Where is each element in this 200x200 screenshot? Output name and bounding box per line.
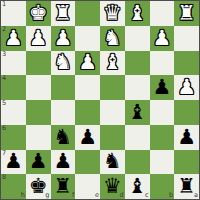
square-c7[interactable] [125, 150, 150, 175]
square-a3[interactable] [174, 51, 199, 76]
square-a7[interactable] [174, 150, 199, 175]
white-rook: ♜ [177, 3, 196, 24]
square-a5[interactable] [174, 100, 199, 125]
square-e1[interactable] [75, 1, 100, 26]
square-b7[interactable] [150, 150, 175, 175]
file-label-c: c [145, 192, 149, 199]
square-d4[interactable] [100, 75, 125, 100]
square-d7[interactable]: ♞ [100, 150, 125, 175]
white-pawn: ♟ [177, 77, 196, 98]
square-b6[interactable] [150, 125, 175, 150]
black-rook: ♜ [177, 176, 196, 197]
white-knight: ♞ [53, 52, 72, 73]
file-label-h: h [21, 192, 25, 199]
square-b5[interactable] [150, 100, 175, 125]
square-g2[interactable]: ♟ [26, 26, 51, 51]
black-pawn: ♟ [53, 151, 72, 172]
square-e3[interactable]: ♟ [75, 51, 100, 76]
black-bishop: ♝ [128, 176, 147, 197]
white-pawn: ♟ [29, 28, 48, 49]
file-label-g: g [45, 192, 49, 199]
square-g3[interactable] [26, 51, 51, 76]
white-bishop: ♝ [128, 3, 147, 24]
square-g7[interactable]: ♟ [26, 150, 51, 175]
square-a8[interactable]: a♜ [174, 174, 199, 199]
square-e4[interactable] [75, 75, 100, 100]
file-label-a: a [194, 192, 198, 199]
rank-label-3: 3 [2, 51, 6, 58]
square-c6[interactable] [125, 125, 150, 150]
square-e8[interactable]: e [75, 174, 100, 199]
rank-label-7: 7 [2, 150, 6, 157]
square-b8[interactable]: b [150, 174, 175, 199]
square-b1[interactable] [150, 1, 175, 26]
white-rook: ♜ [53, 3, 72, 24]
rank-label-2: 2 [2, 26, 6, 33]
file-label-e: e [95, 192, 99, 199]
square-e7[interactable] [75, 150, 100, 175]
square-e2[interactable] [75, 26, 100, 51]
black-rook: ♜ [53, 176, 72, 197]
square-g8[interactable]: g♚ [26, 174, 51, 199]
square-f6[interactable]: ♞ [51, 125, 76, 150]
square-h6[interactable]: 6 [1, 125, 26, 150]
square-e6[interactable]: ♟ [75, 125, 100, 150]
chess-board: 1♚♜♛♝♜2♟♟♟♞♟3♞♟♝4♟♟5♝6♞♟♟7♟♟♟♞8hg♚f♜ed♛c… [0, 0, 200, 200]
square-h4[interactable]: 4 [1, 75, 26, 100]
square-c8[interactable]: c♝ [125, 174, 150, 199]
square-c3[interactable] [125, 51, 150, 76]
file-label-f: f [72, 192, 74, 199]
square-d8[interactable]: d♛ [100, 174, 125, 199]
white-bishop: ♝ [103, 52, 122, 73]
white-king: ♚ [29, 3, 48, 24]
square-d6[interactable] [100, 125, 125, 150]
square-b2[interactable]: ♟ [150, 26, 175, 51]
white-pawn: ♟ [53, 28, 72, 49]
white-pawn: ♟ [4, 28, 23, 49]
square-e5[interactable] [75, 100, 100, 125]
square-c4[interactable] [125, 75, 150, 100]
white-pawn: ♟ [152, 28, 171, 49]
black-pawn: ♟ [152, 77, 171, 98]
square-f1[interactable]: ♜ [51, 1, 76, 26]
black-pawn: ♟ [29, 151, 48, 172]
square-g5[interactable] [26, 100, 51, 125]
square-f3[interactable]: ♞ [51, 51, 76, 76]
square-b4[interactable]: ♟ [150, 75, 175, 100]
file-label-b: b [169, 192, 173, 199]
square-d3[interactable]: ♝ [100, 51, 125, 76]
square-c1[interactable]: ♝ [125, 1, 150, 26]
square-h1[interactable]: 1 [1, 1, 26, 26]
rank-label-1: 1 [2, 1, 6, 8]
square-h8[interactable]: 8h [1, 174, 26, 199]
black-bishop: ♝ [128, 102, 147, 123]
square-f5[interactable] [51, 100, 76, 125]
square-f8[interactable]: f♜ [51, 174, 76, 199]
square-h3[interactable]: 3 [1, 51, 26, 76]
black-queen: ♛ [103, 176, 122, 197]
black-knight: ♞ [103, 151, 122, 172]
square-c5[interactable]: ♝ [125, 100, 150, 125]
square-g4[interactable] [26, 75, 51, 100]
square-h7[interactable]: 7♟ [1, 150, 26, 175]
white-knight: ♞ [103, 28, 122, 49]
white-queen: ♛ [103, 3, 122, 24]
square-d1[interactable]: ♛ [100, 1, 125, 26]
square-c2[interactable] [125, 26, 150, 51]
rank-label-4: 4 [2, 75, 6, 82]
rank-label-8: 8 [2, 174, 6, 181]
rank-label-6: 6 [2, 125, 6, 132]
square-d5[interactable] [100, 100, 125, 125]
file-label-d: d [120, 192, 124, 199]
black-pawn: ♟ [177, 127, 196, 148]
square-a4[interactable]: ♟ [174, 75, 199, 100]
square-h2[interactable]: 2♟ [1, 26, 26, 51]
rank-label-5: 5 [2, 100, 6, 107]
square-f4[interactable] [51, 75, 76, 100]
black-knight: ♞ [53, 127, 72, 148]
square-b3[interactable] [150, 51, 175, 76]
square-d2[interactable]: ♞ [100, 26, 125, 51]
square-a1[interactable]: ♜ [174, 1, 199, 26]
black-pawn: ♟ [4, 151, 23, 172]
white-pawn: ♟ [78, 52, 97, 73]
square-f7[interactable]: ♟ [51, 150, 76, 175]
square-h5[interactable]: 5 [1, 100, 26, 125]
square-g6[interactable] [26, 125, 51, 150]
square-f2[interactable]: ♟ [51, 26, 76, 51]
square-a6[interactable]: ♟ [174, 125, 199, 150]
square-g1[interactable]: ♚ [26, 1, 51, 26]
black-king: ♚ [29, 176, 48, 197]
square-a2[interactable] [174, 26, 199, 51]
black-pawn: ♟ [78, 127, 97, 148]
